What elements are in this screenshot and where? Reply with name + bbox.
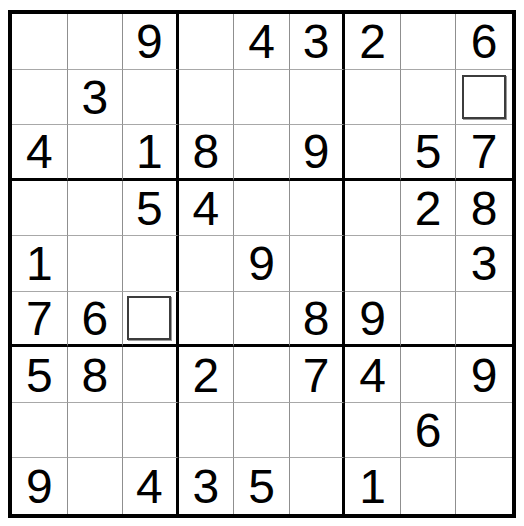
- cell-r3c6[interactable]: 9: [290, 125, 346, 181]
- cell-r4c1[interactable]: [12, 181, 68, 237]
- cell-r6c1[interactable]: 7: [12, 292, 68, 348]
- cell-r3c9[interactable]: 7: [456, 125, 512, 181]
- cell-r1c5[interactable]: 4: [234, 14, 290, 70]
- cell-r3c3[interactable]: 1: [123, 125, 179, 181]
- cell-r6c6[interactable]: 8: [290, 292, 346, 348]
- cell-r4c3[interactable]: 5: [123, 181, 179, 237]
- given-digit: 5: [248, 463, 275, 511]
- sudoku-board: 94326341895754281937689582749694351: [8, 10, 516, 518]
- cell-r2c1[interactable]: [12, 70, 68, 126]
- cell-r4c6[interactable]: [290, 181, 346, 237]
- cell-r9c2[interactable]: [68, 458, 124, 514]
- given-digit: 4: [136, 463, 163, 511]
- cell-r6c7[interactable]: 9: [345, 292, 401, 348]
- given-digit: 7: [303, 352, 330, 400]
- cell-r4c8[interactable]: 2: [401, 181, 457, 237]
- cell-r7c1[interactable]: 5: [12, 347, 68, 403]
- cell-r1c3[interactable]: 9: [123, 14, 179, 70]
- cell-r7c5[interactable]: [234, 347, 290, 403]
- cell-r5c6[interactable]: [290, 236, 346, 292]
- cell-r7c9[interactable]: 9: [456, 347, 512, 403]
- cell-r2c7[interactable]: [345, 70, 401, 126]
- given-digit: 4: [248, 18, 275, 66]
- given-digit: 3: [303, 18, 330, 66]
- cell-r6c9[interactable]: [456, 292, 512, 348]
- cell-r8c8[interactable]: 6: [401, 403, 457, 459]
- cell-r3c1[interactable]: 4: [12, 125, 68, 181]
- given-digit: 1: [26, 240, 53, 288]
- cell-r9c8[interactable]: [401, 458, 457, 514]
- cell-r3c8[interactable]: 5: [401, 125, 457, 181]
- cell-r1c9[interactable]: 6: [456, 14, 512, 70]
- given-digit: 6: [471, 18, 498, 66]
- cell-r4c5[interactable]: [234, 181, 290, 237]
- cell-r3c7[interactable]: [345, 125, 401, 181]
- cell-r5c7[interactable]: [345, 236, 401, 292]
- cell-r5c5[interactable]: 9: [234, 236, 290, 292]
- cell-r9c6[interactable]: [290, 458, 346, 514]
- cell-r9c4[interactable]: 3: [179, 458, 235, 514]
- cell-r9c7[interactable]: 1: [345, 458, 401, 514]
- given-digit: 9: [303, 128, 330, 176]
- given-digit: 8: [303, 295, 330, 343]
- cell-r8c2[interactable]: [68, 403, 124, 459]
- cell-r5c2[interactable]: [68, 236, 124, 292]
- given-digit: 1: [136, 128, 163, 176]
- cell-r4c7[interactable]: [345, 181, 401, 237]
- cell-r8c9[interactable]: [456, 403, 512, 459]
- cell-r6c3[interactable]: [123, 292, 179, 348]
- cell-r7c6[interactable]: 7: [290, 347, 346, 403]
- cell-r9c9[interactable]: [456, 458, 512, 514]
- cell-r6c8[interactable]: [401, 292, 457, 348]
- given-digit: 6: [81, 295, 108, 343]
- given-digit: 6: [415, 407, 442, 455]
- given-digit: 4: [359, 352, 386, 400]
- given-digit: 5: [26, 352, 53, 400]
- marked-cell-box: [462, 75, 506, 119]
- given-digit: 8: [193, 128, 220, 176]
- cell-r4c2[interactable]: [68, 181, 124, 237]
- cell-r7c4[interactable]: 2: [179, 347, 235, 403]
- cell-r5c8[interactable]: [401, 236, 457, 292]
- cell-r3c5[interactable]: [234, 125, 290, 181]
- cell-r8c3[interactable]: [123, 403, 179, 459]
- cell-r2c4[interactable]: [179, 70, 235, 126]
- cell-r5c4[interactable]: [179, 236, 235, 292]
- sudoku-page: 94326341895754281937689582749694351: [0, 0, 524, 526]
- cell-r8c1[interactable]: [12, 403, 68, 459]
- cell-r1c7[interactable]: 2: [345, 14, 401, 70]
- given-digit: 7: [26, 295, 53, 343]
- cell-r2c3[interactable]: [123, 70, 179, 126]
- cell-r6c5[interactable]: [234, 292, 290, 348]
- given-digit: 3: [193, 463, 220, 511]
- given-digit: 2: [193, 352, 220, 400]
- cell-r9c1[interactable]: 9: [12, 458, 68, 514]
- cell-r8c4[interactable]: [179, 403, 235, 459]
- cell-r2c8[interactable]: [401, 70, 457, 126]
- cell-r6c2[interactable]: 6: [68, 292, 124, 348]
- cell-r7c8[interactable]: [401, 347, 457, 403]
- cell-r6c4[interactable]: [179, 292, 235, 348]
- cell-r1c2[interactable]: [68, 14, 124, 70]
- given-digit: 5: [415, 128, 442, 176]
- given-digit: 9: [136, 18, 163, 66]
- cell-r9c5[interactable]: 5: [234, 458, 290, 514]
- given-digit: 9: [359, 295, 386, 343]
- cell-r2c2[interactable]: 3: [68, 70, 124, 126]
- cell-r4c9[interactable]: 8: [456, 181, 512, 237]
- marked-cell-box: [127, 296, 171, 340]
- cell-r3c2[interactable]: [68, 125, 124, 181]
- cell-r1c4[interactable]: [179, 14, 235, 70]
- cell-r1c1[interactable]: [12, 14, 68, 70]
- cell-r1c6[interactable]: 3: [290, 14, 346, 70]
- given-digit: 2: [359, 18, 386, 66]
- given-digit: 5: [136, 185, 163, 233]
- cell-r5c1[interactable]: 1: [12, 236, 68, 292]
- given-digit: 1: [359, 463, 386, 511]
- cell-r8c6[interactable]: [290, 403, 346, 459]
- cell-r5c9[interactable]: 3: [456, 236, 512, 292]
- given-digit: 2: [415, 185, 442, 233]
- cell-r2c6[interactable]: [290, 70, 346, 126]
- given-digit: 4: [26, 128, 53, 176]
- cell-r2c9[interactable]: [456, 70, 512, 126]
- cell-r7c2[interactable]: 8: [68, 347, 124, 403]
- cell-r5c3[interactable]: [123, 236, 179, 292]
- given-digit: 7: [471, 128, 498, 176]
- given-digit: 9: [471, 352, 498, 400]
- given-digit: 4: [193, 185, 220, 233]
- cell-r7c3[interactable]: [123, 347, 179, 403]
- given-digit: 9: [248, 240, 275, 288]
- cell-r9c3[interactable]: 4: [123, 458, 179, 514]
- given-digit: 3: [81, 74, 108, 122]
- cell-r7c7[interactable]: 4: [345, 347, 401, 403]
- given-digit: 3: [471, 240, 498, 288]
- cell-r8c7[interactable]: [345, 403, 401, 459]
- given-digit: 9: [26, 463, 53, 511]
- cell-r4c4[interactable]: 4: [179, 181, 235, 237]
- cell-r1c8[interactable]: [401, 14, 457, 70]
- given-digit: 8: [471, 185, 498, 233]
- given-digit: 8: [81, 352, 108, 400]
- cell-r3c4[interactable]: 8: [179, 125, 235, 181]
- cell-r2c5[interactable]: [234, 70, 290, 126]
- cell-r8c5[interactable]: [234, 403, 290, 459]
